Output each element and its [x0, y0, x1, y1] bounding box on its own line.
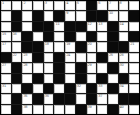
cell-r6c8[interactable] — [76, 53, 86, 62]
cell-r7c9[interactable]: 29 — [87, 63, 97, 72]
clue-number: 17 — [2, 42, 6, 46]
cell-r3c8-block — [76, 22, 86, 31]
clue-number: 35 — [23, 94, 27, 98]
cell-r10c13-block — [129, 94, 139, 103]
cell-r1c9-block — [87, 1, 97, 10]
cell-r8c9[interactable] — [87, 74, 97, 83]
clue-number: 5 — [77, 1, 79, 5]
cell-r3c4-block — [33, 22, 43, 31]
cell-r4c10[interactable] — [97, 32, 107, 41]
cell-r7c6-block — [54, 63, 64, 72]
cell-r8c3[interactable] — [22, 74, 32, 83]
cell-r11c11-block — [108, 105, 118, 114]
cell-r5c7[interactable]: 19 — [65, 42, 75, 51]
cell-r9c2[interactable] — [12, 84, 22, 93]
cell-r9c10[interactable]: 33 — [97, 84, 107, 93]
clue-number: 12 — [88, 22, 92, 26]
cell-r4c6[interactable] — [54, 32, 64, 41]
crossword-grid: 1234567891011121314151617181920212223242… — [0, 0, 140, 115]
cell-r8c7[interactable] — [65, 74, 75, 83]
cell-r11c2-block — [12, 105, 22, 114]
cell-r6c7[interactable]: 24 — [65, 53, 75, 62]
cell-r2c1[interactable] — [1, 11, 11, 20]
cell-r8c11[interactable] — [108, 74, 118, 83]
cell-r4c8[interactable] — [76, 32, 86, 41]
cell-r1c3[interactable]: 2 — [22, 1, 32, 10]
cell-r1c11[interactable]: 7 — [108, 1, 118, 10]
cell-r1c8[interactable]: 5 — [76, 1, 86, 10]
cell-r10c6-block — [54, 94, 64, 103]
cell-r9c13[interactable] — [129, 84, 139, 93]
cell-r2c7[interactable]: 9 — [65, 11, 75, 20]
cell-r9c6[interactable] — [54, 84, 64, 93]
cell-r7c12[interactable]: 30 — [119, 63, 129, 72]
clue-number: 39 — [88, 105, 92, 109]
cell-r7c2-block — [12, 63, 22, 72]
cell-r5c10[interactable] — [97, 42, 107, 51]
clue-number: 34 — [120, 84, 124, 88]
clue-number: 23 — [23, 53, 27, 57]
cell-r2c6-block — [54, 11, 64, 20]
clue-number: 27 — [2, 63, 6, 67]
cell-r10c5[interactable]: 36 — [44, 94, 54, 103]
clue-number: 4 — [66, 1, 68, 5]
cell-r10c3[interactable]: 35 — [22, 94, 32, 103]
cell-r6c4-block — [33, 53, 43, 62]
clue-number: 21 — [130, 42, 134, 46]
clue-number: 20 — [88, 42, 92, 46]
cell-r1c10[interactable]: 6 — [97, 1, 107, 10]
cell-r3c5-block — [44, 22, 54, 31]
clue-number: 9 — [66, 11, 68, 15]
cell-r10c11[interactable] — [108, 94, 118, 103]
clue-number: 13 — [98, 22, 102, 26]
cell-r3c3[interactable] — [22, 22, 32, 31]
cell-r11c12[interactable]: 40 — [119, 105, 129, 114]
cell-r10c8[interactable] — [76, 94, 86, 103]
cell-r5c9[interactable]: 20 — [87, 42, 97, 51]
cell-r2c2-block — [12, 11, 22, 20]
cell-r11c1[interactable] — [1, 105, 11, 114]
cell-r6c13[interactable] — [129, 53, 139, 62]
cell-r7c4[interactable] — [33, 63, 43, 72]
cell-r8c8-block — [76, 74, 86, 83]
cell-r2c3[interactable] — [22, 11, 32, 20]
clue-number: 14 — [120, 22, 124, 26]
cell-r8c12-block — [119, 74, 129, 83]
cell-r9c7-block — [65, 84, 75, 93]
cell-r7c8-block — [76, 63, 86, 72]
cell-r1c4[interactable] — [33, 1, 43, 10]
cell-r11c7[interactable] — [65, 105, 75, 114]
cell-r5c13[interactable]: 21 — [129, 42, 139, 51]
cell-r3c2-block — [12, 22, 22, 31]
clue-number: 22 — [13, 53, 17, 57]
cell-r11c5[interactable] — [44, 105, 54, 114]
cell-r3c13[interactable] — [129, 22, 139, 31]
clue-number: 24 — [66, 53, 70, 57]
clue-number: 7 — [109, 1, 111, 5]
cell-r8c10-block — [97, 74, 107, 83]
clue-number: 8 — [120, 1, 122, 5]
clue-number: 37 — [98, 94, 102, 98]
clue-number: 3 — [45, 1, 47, 5]
cell-r9c11-block — [108, 84, 118, 93]
cell-r8c1[interactable] — [1, 74, 11, 83]
cell-r11c6[interactable] — [54, 105, 64, 114]
cell-r2c4-block — [33, 11, 43, 20]
cell-r8c6-block — [54, 74, 64, 83]
cell-r5c8-block — [76, 42, 86, 51]
cell-r9c12[interactable]: 34 — [119, 84, 129, 93]
cell-r6c2[interactable]: 22 — [12, 53, 22, 62]
cell-r6c3[interactable]: 23 — [22, 53, 32, 62]
clue-number: 38 — [23, 105, 27, 109]
cell-r8c4-block — [33, 74, 43, 83]
cell-r2c8[interactable] — [76, 11, 86, 20]
cell-r10c9-block — [87, 94, 97, 103]
clue-number: 19 — [66, 42, 70, 46]
cell-r6c1-block — [1, 53, 11, 62]
clue-number: 18 — [45, 42, 49, 46]
clue-number: 30 — [120, 63, 124, 67]
cell-r10c2-block — [12, 94, 22, 103]
cell-r9c9-block — [87, 84, 97, 93]
cell-r8c13[interactable] — [129, 74, 139, 83]
cell-r3c12[interactable]: 14 — [119, 22, 129, 31]
cell-r7c1[interactable]: 27 — [1, 63, 11, 72]
clue-number: 6 — [98, 1, 100, 5]
cell-r4c3-block — [22, 32, 32, 41]
cell-r11c3[interactable]: 38 — [22, 105, 32, 114]
cell-r5c6[interactable] — [54, 42, 64, 51]
cell-r5c5[interactable]: 18 — [44, 42, 54, 51]
cell-r7c13[interactable] — [129, 63, 139, 72]
cell-r9c8[interactable]: 32 — [76, 84, 86, 93]
cell-r9c3-block — [22, 84, 32, 93]
cell-r9c1[interactable]: 31 — [1, 84, 11, 93]
cell-r2c12[interactable] — [119, 11, 129, 20]
cell-r4c4[interactable] — [33, 32, 43, 41]
cell-r9c5-block — [44, 84, 54, 93]
cell-r3c1[interactable] — [1, 22, 11, 31]
cell-r11c13[interactable] — [129, 105, 139, 114]
cell-r7c3[interactable]: 28 — [22, 63, 32, 72]
cell-r3c7-block — [65, 22, 75, 31]
cell-r3c9[interactable]: 12 — [87, 22, 97, 31]
cell-r10c7-block — [65, 94, 75, 103]
clue-number: 29 — [88, 63, 92, 67]
cell-r5c3-block — [22, 42, 32, 51]
cell-r2c9-block — [87, 11, 97, 20]
cell-r4c11-block — [108, 32, 118, 41]
cell-r5c1[interactable]: 17 — [1, 42, 11, 51]
cell-r6c5[interactable] — [44, 53, 54, 62]
cell-r6c10-block — [97, 53, 107, 62]
clue-number: 31 — [2, 84, 6, 88]
cell-r4c5-block — [44, 32, 54, 41]
cell-r5c4-block — [33, 42, 43, 51]
cell-r5c2[interactable] — [12, 42, 22, 51]
cell-r6c6-block — [54, 53, 64, 62]
cell-r6c11[interactable]: 25 — [108, 53, 118, 62]
clue-number: 36 — [45, 94, 49, 98]
cell-r9c4[interactable] — [33, 84, 43, 93]
cell-r4c9-block — [87, 32, 97, 41]
cell-r11c8-block — [76, 105, 86, 114]
clue-number: 25 — [109, 53, 113, 57]
cell-r11c10[interactable] — [97, 105, 107, 114]
cell-r4c1[interactable]: 15 — [1, 32, 11, 41]
clue-number: 2 — [23, 1, 25, 5]
cell-r1c13[interactable] — [129, 1, 139, 10]
cell-r1c6[interactable] — [54, 1, 64, 10]
cell-r7c5[interactable] — [44, 63, 54, 72]
cell-r2c11[interactable]: 10 — [108, 11, 118, 20]
cell-r7c11-block — [108, 63, 118, 72]
cell-r1c12[interactable]: 8 — [119, 1, 129, 10]
cell-r8c5[interactable] — [44, 74, 54, 83]
clue-number: 32 — [77, 84, 81, 88]
cell-r4c12[interactable] — [119, 32, 129, 41]
cell-r10c4-block — [33, 94, 43, 103]
cell-r10c12-block — [119, 94, 129, 103]
cell-r7c10[interactable] — [97, 63, 107, 72]
cell-r2c10-block — [97, 11, 107, 20]
cell-r11c9[interactable]: 39 — [87, 105, 97, 114]
cell-r5c11-block — [108, 42, 118, 51]
cell-r4c2[interactable]: 16 — [12, 32, 22, 41]
cell-r3c11-block — [108, 22, 118, 31]
cell-r2c5[interactable] — [44, 11, 54, 20]
cell-r4c13-block — [129, 32, 139, 41]
cell-r3c6[interactable]: 11 — [54, 22, 64, 31]
clue-number: 10 — [109, 11, 113, 15]
cell-r6c12[interactable]: 26 — [119, 53, 129, 62]
cell-r10c10[interactable]: 37 — [97, 94, 107, 103]
cell-r11c4[interactable] — [33, 105, 43, 114]
clue-number: 28 — [23, 63, 27, 67]
cell-r6c9[interactable] — [87, 53, 97, 62]
clue-number: 11 — [55, 22, 59, 26]
cell-r1c7[interactable]: 4 — [65, 1, 75, 10]
clue-number: 40 — [120, 105, 124, 109]
cell-r10c1[interactable] — [1, 94, 11, 103]
clue-number: 26 — [120, 53, 124, 57]
cell-r7c7[interactable] — [65, 63, 75, 72]
cell-r8c2-block — [12, 74, 22, 83]
clue-number: 33 — [98, 84, 102, 88]
clue-number: 1 — [2, 1, 4, 5]
clue-number: 15 — [2, 32, 6, 36]
cell-r4c7-block — [65, 32, 75, 41]
cell-r3c10[interactable]: 13 — [97, 22, 107, 31]
clue-number: 16 — [13, 32, 17, 36]
cell-r1c5[interactable]: 3 — [44, 1, 54, 10]
cell-r5c12-block — [119, 42, 129, 51]
cell-r1c1[interactable]: 1 — [1, 1, 11, 10]
cell-r2c13-block — [129, 11, 139, 20]
cell-r1c2[interactable] — [12, 1, 22, 10]
